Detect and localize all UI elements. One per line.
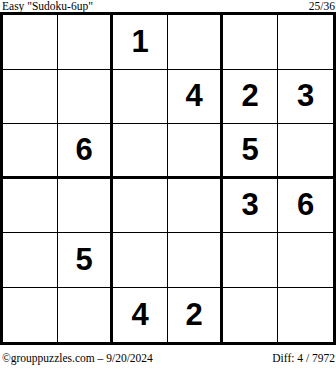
cell-r6c6-empty[interactable]	[278, 288, 333, 343]
footer-copyright: ©grouppuzzles.com – 9/20/2024	[2, 351, 153, 365]
cell-r5c6-empty[interactable]	[278, 233, 333, 288]
cell-r5c4-empty[interactable]	[168, 233, 223, 288]
cell-r6c4-given[interactable]: 2	[168, 288, 223, 343]
cell-r3c5-given[interactable]: 5	[223, 124, 278, 179]
cell-r3c2-given[interactable]: 6	[58, 124, 113, 179]
sudoku-grid: 14236536542	[0, 12, 336, 345]
cell-r4c4-empty[interactable]	[168, 179, 223, 234]
cell-r1c5-empty[interactable]	[223, 15, 278, 70]
cell-r5c2-given[interactable]: 5	[58, 233, 113, 288]
cell-r2c5-given[interactable]: 2	[223, 70, 278, 125]
cell-r1c1-empty[interactable]	[3, 15, 58, 70]
cell-r6c1-empty[interactable]	[3, 288, 58, 343]
footer: ©grouppuzzles.com – 9/20/2024 Diff: 4 / …	[2, 351, 335, 367]
cell-r4c5-given[interactable]: 3	[223, 179, 278, 234]
header: Easy "Sudoku-6up" 25/36	[2, 0, 335, 12]
cell-r4c2-empty[interactable]	[58, 179, 113, 234]
cell-r4c6-given[interactable]: 6	[278, 179, 333, 234]
cell-r2c4-given[interactable]: 4	[168, 70, 223, 125]
cell-r6c2-empty[interactable]	[58, 288, 113, 343]
cell-r4c1-empty[interactable]	[3, 179, 58, 234]
cell-r1c6-empty[interactable]	[278, 15, 333, 70]
cell-r3c6-empty[interactable]	[278, 124, 333, 179]
cell-r5c3-empty[interactable]	[113, 233, 168, 288]
puzzle-title: Easy "Sudoku-6up"	[2, 0, 93, 12]
cell-r2c3-empty[interactable]	[113, 70, 168, 125]
cell-r6c3-given[interactable]: 4	[113, 288, 168, 343]
cell-r5c1-empty[interactable]	[3, 233, 58, 288]
cell-r2c6-given[interactable]: 3	[278, 70, 333, 125]
cell-r1c2-empty[interactable]	[58, 15, 113, 70]
puzzle-page: Easy "Sudoku-6up" 25/36 14236536542 ©gro…	[0, 0, 336, 370]
empty-cell-count: 25/36	[309, 0, 335, 12]
cell-r5c5-empty[interactable]	[223, 233, 278, 288]
cell-r1c3-given[interactable]: 1	[113, 15, 168, 70]
cell-r3c1-empty[interactable]	[3, 124, 58, 179]
cell-r3c3-empty[interactable]	[113, 124, 168, 179]
cell-r6c5-empty[interactable]	[223, 288, 278, 343]
cell-r1c4-empty[interactable]	[168, 15, 223, 70]
footer-difficulty: Diff: 4 / 7972	[272, 351, 335, 365]
cell-r2c2-empty[interactable]	[58, 70, 113, 125]
cell-r2c1-empty[interactable]	[3, 70, 58, 125]
cell-r4c3-empty[interactable]	[113, 179, 168, 234]
cell-r3c4-empty[interactable]	[168, 124, 223, 179]
